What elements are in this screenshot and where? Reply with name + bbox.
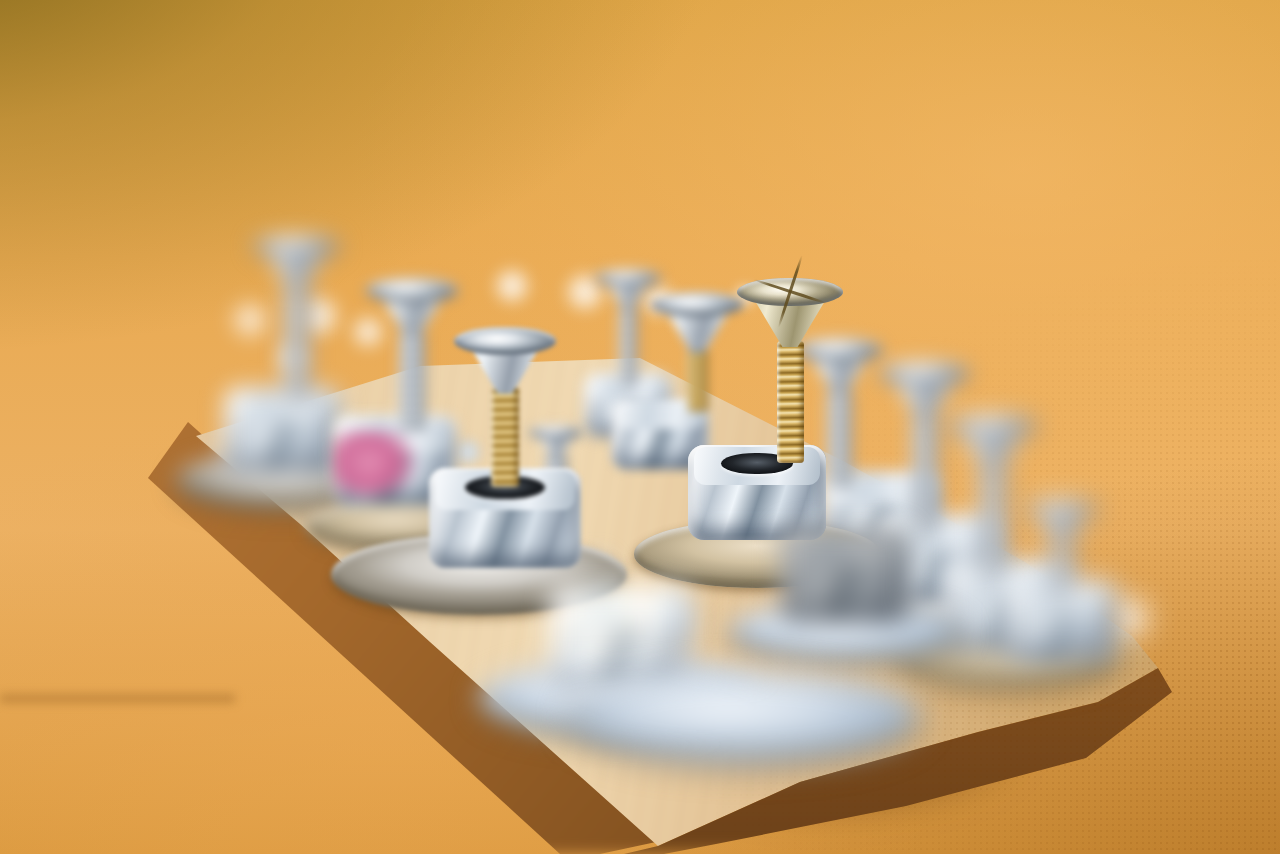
nut-top-facet xyxy=(554,586,686,628)
washer xyxy=(569,669,920,765)
screw-head-cap xyxy=(454,327,555,354)
screw-head-cap xyxy=(737,278,843,307)
screw-shaft xyxy=(619,307,637,385)
screw-head-cap xyxy=(366,278,458,303)
bokeh-highlight xyxy=(490,264,534,308)
screw-shaft xyxy=(777,341,804,463)
bokeh-highlight xyxy=(348,312,388,352)
pieces-layer xyxy=(0,0,1280,854)
screw-shaft xyxy=(399,332,425,432)
hex-nut xyxy=(688,445,826,540)
screw-head-cap xyxy=(529,425,583,440)
hex-nut xyxy=(780,527,910,622)
screw-shaft xyxy=(827,390,851,487)
screw-shaft xyxy=(912,415,938,531)
screw-shaft xyxy=(491,387,519,487)
bokeh-highlight xyxy=(228,298,272,342)
photo-stage xyxy=(0,0,1280,854)
screw-head-cap xyxy=(595,269,660,287)
screw-shaft xyxy=(284,286,308,403)
nut-top-facet xyxy=(785,529,905,567)
screw-head-cap xyxy=(1025,499,1099,519)
hex-nut xyxy=(224,387,341,473)
pink-reflection xyxy=(333,429,417,498)
screw-shaft xyxy=(687,349,707,413)
bokeh-highlight xyxy=(452,436,484,468)
screw-head-cap xyxy=(796,338,883,361)
screw-head-cap xyxy=(879,361,971,386)
screw-head-cap xyxy=(253,235,340,258)
screw-head-cap xyxy=(947,414,1039,439)
screw-head-cap xyxy=(651,292,745,317)
screw-shaft xyxy=(980,468,1006,577)
screw-shaft xyxy=(1051,542,1074,595)
hex-nut xyxy=(549,584,692,689)
nut-top-facet xyxy=(228,388,336,422)
